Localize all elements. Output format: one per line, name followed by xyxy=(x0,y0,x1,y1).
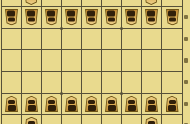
black-pawn[interactable] xyxy=(25,96,38,113)
piece-face xyxy=(66,10,77,25)
piece-kanji-mark xyxy=(68,11,76,17)
square-9-4[interactable] xyxy=(2,29,22,51)
square-8-5[interactable] xyxy=(22,50,42,72)
square-3-7[interactable] xyxy=(122,94,142,116)
piece-kanji-mark xyxy=(88,100,95,105)
square-9-8[interactable] xyxy=(2,115,22,124)
square-6-2[interactable] xyxy=(62,0,82,7)
square-2-7[interactable] xyxy=(142,94,162,116)
white-pawn[interactable] xyxy=(25,9,38,26)
piece-face xyxy=(25,118,38,124)
piece-kanji-mark xyxy=(48,100,55,105)
square-6-5[interactable] xyxy=(62,50,82,72)
square-9-6[interactable] xyxy=(2,72,22,94)
square-2-2[interactable] xyxy=(142,0,162,7)
piece-face xyxy=(126,97,137,112)
piece-kanji-mark xyxy=(8,11,16,17)
piece-kanji-mark xyxy=(88,105,96,111)
piece-face xyxy=(86,97,97,112)
piece-face xyxy=(106,97,117,112)
square-5-6[interactable] xyxy=(82,72,102,94)
square-9-2[interactable] xyxy=(2,0,22,7)
square-4-8[interactable] xyxy=(102,115,122,124)
square-6-7[interactable] xyxy=(62,94,82,116)
white-pawn[interactable] xyxy=(85,9,98,26)
square-3-8[interactable] xyxy=(122,115,142,124)
square-7-7[interactable] xyxy=(42,94,62,116)
square-7-8[interactable] xyxy=(42,115,62,124)
square-1-5[interactable] xyxy=(162,50,182,72)
white-pawn[interactable] xyxy=(45,9,58,26)
piece-face xyxy=(46,10,57,25)
piece-kanji-mark xyxy=(108,11,116,17)
piece-face xyxy=(6,97,17,112)
black-rook[interactable] xyxy=(144,117,159,124)
shogi-board-screenshot xyxy=(0,0,190,124)
piece-kanji-mark xyxy=(48,17,55,22)
square-4-4[interactable] xyxy=(102,29,122,51)
piece-kanji-mark xyxy=(169,17,176,22)
square-4-2[interactable] xyxy=(102,0,122,7)
rank-label-4 xyxy=(184,37,188,42)
rank-label-5 xyxy=(184,58,188,63)
square-1-4[interactable] xyxy=(162,29,182,51)
shogi-board xyxy=(1,0,183,124)
piece-face xyxy=(66,97,77,112)
square-3-5[interactable] xyxy=(122,50,142,72)
square-7-3[interactable] xyxy=(42,7,62,29)
piece-kanji-mark xyxy=(128,17,135,22)
piece-kanji-mark xyxy=(68,105,76,111)
piece-kanji-mark xyxy=(168,105,176,111)
piece-kanji-mark xyxy=(28,11,36,17)
square-2-5[interactable] xyxy=(142,50,162,72)
rank-label-8 xyxy=(184,123,188,124)
square-8-2[interactable] xyxy=(22,0,42,7)
piece-kanji-mark xyxy=(48,11,56,17)
rank-label-3 xyxy=(184,15,188,20)
black-pawn[interactable] xyxy=(125,96,138,113)
piece-kanji-mark xyxy=(108,100,115,105)
black-pawn[interactable] xyxy=(105,96,118,113)
square-2-8[interactable] xyxy=(142,115,162,124)
square-3-4[interactable] xyxy=(122,29,142,51)
piece-kanji-mark xyxy=(28,100,35,105)
piece-face xyxy=(46,97,57,112)
square-3-6[interactable] xyxy=(122,72,142,94)
black-pawn[interactable] xyxy=(65,96,78,113)
square-9-7[interactable] xyxy=(2,94,22,116)
piece-kanji-mark xyxy=(8,100,15,105)
square-9-5[interactable] xyxy=(2,50,22,72)
rank-label-7 xyxy=(184,102,188,107)
piece-kanji-mark xyxy=(8,17,15,22)
square-1-7[interactable] xyxy=(162,94,182,116)
square-2-3[interactable] xyxy=(142,7,162,29)
piece-face xyxy=(145,118,158,124)
piece-kanji-mark xyxy=(68,100,75,105)
piece-kanji-mark xyxy=(88,11,96,17)
white-bishop[interactable] xyxy=(144,0,159,5)
piece-kanji-mark xyxy=(148,100,155,105)
square-9-3[interactable] xyxy=(2,7,22,29)
square-3-3[interactable] xyxy=(122,7,142,29)
white-rook[interactable] xyxy=(24,0,39,5)
piece-kanji-mark xyxy=(148,11,156,17)
black-pawn[interactable] xyxy=(5,96,18,113)
white-pawn[interactable] xyxy=(145,9,158,26)
white-pawn[interactable] xyxy=(65,9,78,26)
piece-kanji-mark xyxy=(108,17,115,22)
piece-kanji-mark xyxy=(108,105,116,111)
black-pawn[interactable] xyxy=(145,96,158,113)
square-8-3[interactable] xyxy=(22,7,42,29)
piece-kanji-mark xyxy=(128,105,136,111)
piece-face xyxy=(106,10,117,25)
piece-kanji-mark xyxy=(128,11,136,17)
square-8-4[interactable] xyxy=(22,29,42,51)
square-7-5[interactable] xyxy=(42,50,62,72)
piece-face xyxy=(26,97,37,112)
square-6-3[interactable] xyxy=(62,7,82,29)
square-1-8[interactable] xyxy=(162,115,182,124)
square-8-8[interactable] xyxy=(22,115,42,124)
piece-face xyxy=(6,10,17,25)
white-pawn[interactable] xyxy=(125,9,138,26)
piece-kanji-mark xyxy=(128,100,135,105)
piece-face xyxy=(167,97,178,112)
square-5-5[interactable] xyxy=(82,50,102,72)
square-6-4[interactable] xyxy=(62,29,82,51)
piece-face xyxy=(146,97,157,112)
white-pawn[interactable] xyxy=(5,9,18,26)
white-pawn[interactable] xyxy=(166,9,179,26)
square-1-2[interactable] xyxy=(162,0,182,7)
black-bishop[interactable] xyxy=(24,117,39,124)
square-3-2[interactable] xyxy=(122,0,142,7)
piece-kanji-mark xyxy=(148,121,155,124)
square-6-8[interactable] xyxy=(62,115,82,124)
piece-kanji-mark xyxy=(28,121,35,124)
black-pawn[interactable] xyxy=(45,96,58,113)
square-4-3[interactable] xyxy=(102,7,122,29)
square-8-6[interactable] xyxy=(22,72,42,94)
piece-kanji-mark xyxy=(8,105,16,111)
square-7-4[interactable] xyxy=(42,29,62,51)
square-2-6[interactable] xyxy=(142,72,162,94)
piece-kanji-mark xyxy=(169,100,176,105)
square-4-6[interactable] xyxy=(102,72,122,94)
square-8-7[interactable] xyxy=(22,94,42,116)
black-pawn[interactable] xyxy=(166,96,179,113)
square-5-3[interactable] xyxy=(82,7,102,29)
square-7-2[interactable] xyxy=(42,0,62,7)
piece-face xyxy=(86,10,97,25)
piece-kanji-mark xyxy=(48,105,56,111)
piece-kanji-mark xyxy=(68,17,75,22)
piece-kanji-mark xyxy=(88,17,95,22)
piece-kanji-mark xyxy=(168,11,176,17)
square-5-7[interactable] xyxy=(82,94,102,116)
square-2-4[interactable] xyxy=(142,29,162,51)
square-1-3[interactable] xyxy=(162,7,182,29)
piece-kanji-mark xyxy=(28,17,35,22)
square-4-5[interactable] xyxy=(102,50,122,72)
white-pawn[interactable] xyxy=(105,9,118,26)
piece-face xyxy=(126,10,137,25)
piece-kanji-mark xyxy=(28,105,36,111)
piece-kanji-mark xyxy=(148,105,156,111)
square-4-7[interactable] xyxy=(102,94,122,116)
square-5-2[interactable] xyxy=(82,0,102,7)
piece-face xyxy=(146,10,157,25)
square-7-6[interactable] xyxy=(42,72,62,94)
rank-label-6 xyxy=(184,80,188,85)
square-5-4[interactable] xyxy=(82,29,102,51)
black-pawn[interactable] xyxy=(85,96,98,113)
square-1-6[interactable] xyxy=(162,72,182,94)
square-5-8[interactable] xyxy=(82,115,102,124)
piece-kanji-mark xyxy=(148,17,155,22)
piece-face xyxy=(26,10,37,25)
square-6-6[interactable] xyxy=(62,72,82,94)
